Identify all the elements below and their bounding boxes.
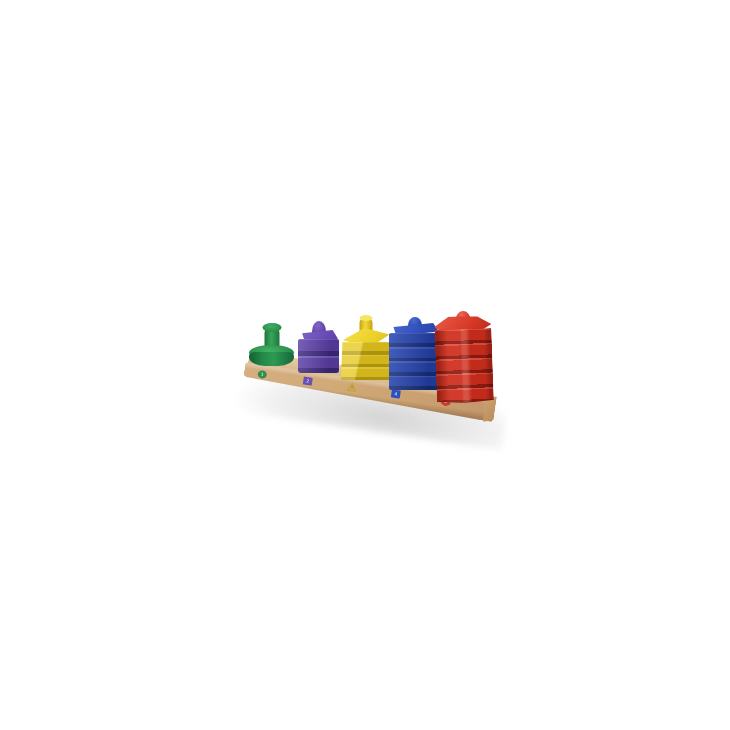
product-photo-canvas: 12345 <box>0 0 730 730</box>
stacked-square-pieces <box>389 333 440 390</box>
front-label-number: 1 <box>259 371 266 378</box>
peg-stack-blue-square-x4 <box>389 316 440 390</box>
front-label-number: 4 <box>392 391 399 398</box>
peg-stack-red-hexagon-x5 <box>434 309 494 404</box>
peg-stack-green-circle-x1 <box>249 324 294 369</box>
stacked-hexagon-pieces <box>434 328 494 404</box>
front-label-square-icon: 4 <box>391 389 401 398</box>
front-label-square-icon: 2 <box>303 376 313 385</box>
stacked-triangle-pieces <box>341 342 391 380</box>
peg-stack-purple-square-x2 <box>298 320 339 373</box>
peg-stack-yellow-triangle-x3 <box>341 317 391 380</box>
stacked-square-pieces <box>298 339 339 373</box>
stacked-circle-pieces <box>249 352 294 366</box>
front-label-number: 2 <box>304 378 311 385</box>
